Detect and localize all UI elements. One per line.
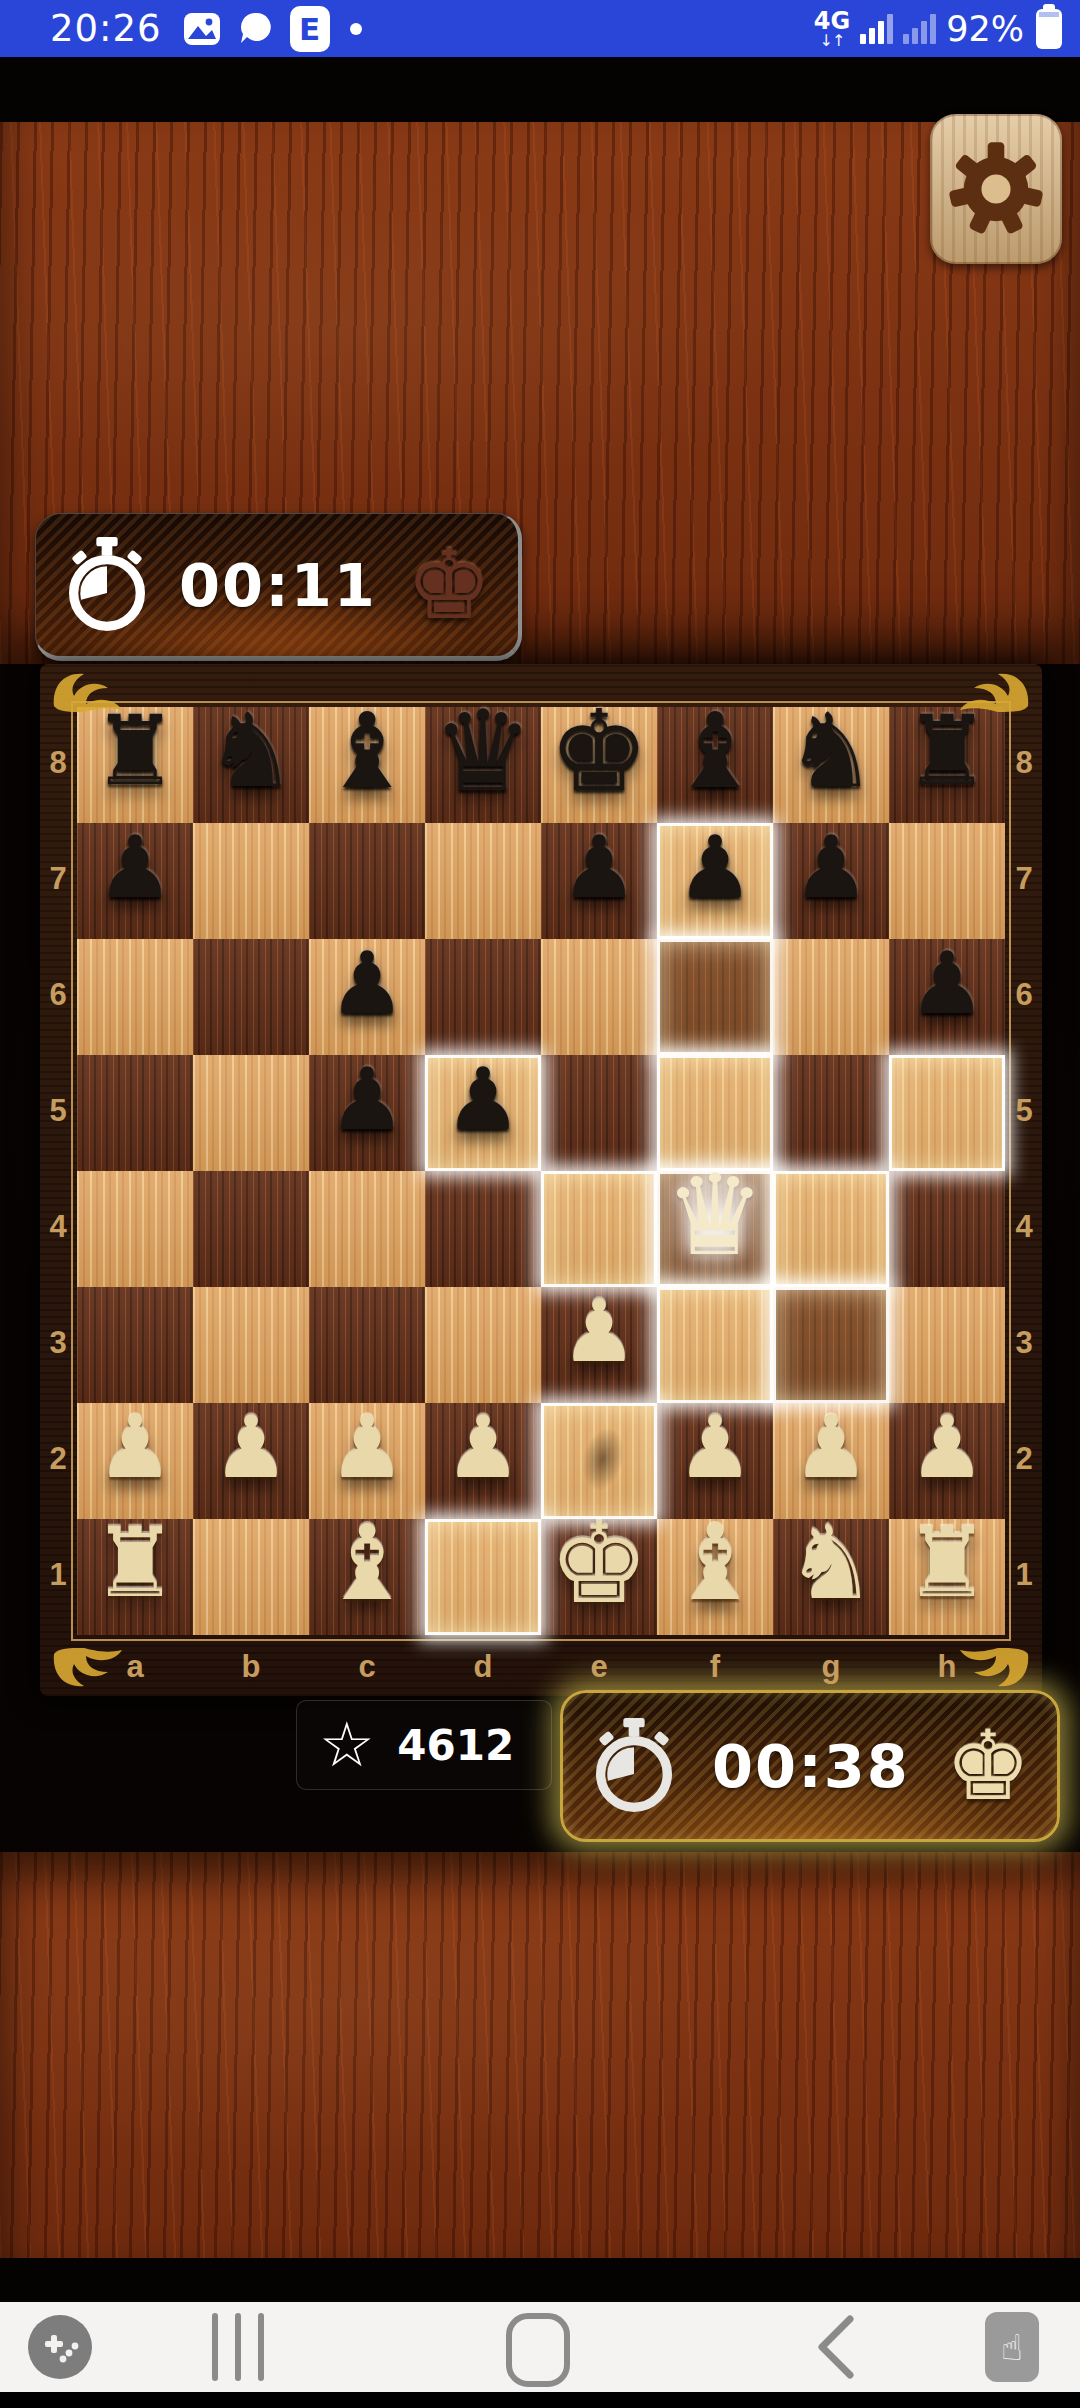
rating-value: 4612 <box>375 1721 551 1770</box>
square-b5[interactable] <box>193 1055 309 1171</box>
chess-board: ♜♞♝♛♚♝♞♜♟♟♟♟♟♟♟♟♛♟♟♟♟♟♟♟♟♜♝♚♝♞♜ <box>40 664 1042 1696</box>
square-d3[interactable] <box>425 1287 541 1403</box>
clock-time: 20:26 <box>50 7 162 50</box>
square-b7[interactable] <box>193 823 309 939</box>
piece-black-pawn-a7[interactable]: ♟ <box>77 809 193 925</box>
piece-white-bishop-f1[interactable]: ♝ <box>657 1505 773 1621</box>
square-h7[interactable] <box>889 823 1005 939</box>
gamepad-icon <box>39 2326 81 2368</box>
king-shadow <box>565 1408 642 1511</box>
square-g2[interactable]: ♟ <box>773 1403 889 1519</box>
square-a6[interactable] <box>77 939 193 1055</box>
piece-white-rook-a1[interactable]: ♜ <box>77 1505 193 1621</box>
square-d6[interactable] <box>425 939 541 1055</box>
piece-white-pawn-e3[interactable]: ♟ <box>541 1273 657 1389</box>
board-squares: ♜♞♝♛♚♝♞♜♟♟♟♟♟♟♟♟♛♟♟♟♟♟♟♟♟♜♝♚♝♞♜ <box>77 707 1005 1635</box>
square-h8[interactable]: ♜ <box>889 707 1005 823</box>
status-bar: 20:26 E 4G ↓↑ 92% <box>0 0 1080 57</box>
square-h3[interactable] <box>889 1287 1005 1403</box>
piece-white-queen-f4[interactable]: ♛ <box>657 1157 773 1273</box>
black-clock-time: 00:11 <box>150 551 406 620</box>
square-f7[interactable]: ♟ <box>657 823 773 939</box>
file-label-e: e <box>541 1640 657 1694</box>
rank-label-right-2: 2 <box>1006 1401 1042 1517</box>
rank-label-right-4: 4 <box>1006 1169 1042 1285</box>
gear-icon <box>944 137 1048 241</box>
piece-black-king-e8[interactable]: ♚ <box>541 693 657 809</box>
file-label-c: c <box>309 1640 425 1694</box>
rank-label-left-2: 2 <box>40 1401 76 1517</box>
corner-ornament-top-left <box>50 666 132 714</box>
piece-white-knight-g1[interactable]: ♞ <box>773 1505 889 1621</box>
piece-white-pawn-f2[interactable]: ♟ <box>657 1389 773 1505</box>
corner-ornament-bottom-right <box>950 1646 1032 1694</box>
square-c5[interactable]: ♟ <box>309 1055 425 1171</box>
file-label-f: f <box>657 1640 773 1694</box>
piece-black-bishop-f8[interactable]: ♝ <box>657 693 773 809</box>
notification-dot-icon <box>350 23 362 35</box>
battery-percentage: 92% <box>946 9 1024 49</box>
square-e3[interactable]: ♟ <box>541 1287 657 1403</box>
square-e4[interactable] <box>541 1171 657 1287</box>
chat-icon <box>236 9 276 49</box>
piece-black-pawn-h6[interactable]: ♟ <box>889 925 1005 1041</box>
piece-black-knight-b8[interactable]: ♞ <box>193 693 309 809</box>
square-a2[interactable]: ♟ <box>77 1403 193 1519</box>
white-clock-time: 00:38 <box>677 1732 945 1801</box>
square-e5[interactable] <box>541 1055 657 1171</box>
square-g6[interactable] <box>773 939 889 1055</box>
square-g5[interactable] <box>773 1055 889 1171</box>
square-g4[interactable] <box>773 1171 889 1287</box>
rank-label-left-5: 5 <box>40 1053 76 1169</box>
square-c6[interactable]: ♟ <box>309 939 425 1055</box>
square-b4[interactable] <box>193 1171 309 1287</box>
square-e8[interactable]: ♚ <box>541 707 657 823</box>
piece-black-knight-g8[interactable]: ♞ <box>773 693 889 809</box>
square-c3[interactable] <box>309 1287 425 1403</box>
rank-label-left-3: 3 <box>40 1285 76 1401</box>
square-d5[interactable]: ♟ <box>425 1055 541 1171</box>
square-e1[interactable]: ♚ <box>541 1519 657 1635</box>
square-h6[interactable]: ♟ <box>889 939 1005 1055</box>
piece-black-pawn-d5[interactable]: ♟ <box>425 1041 541 1157</box>
android-nav-bar: ☝ <box>0 2302 1080 2392</box>
square-b3[interactable] <box>193 1287 309 1403</box>
square-f8[interactable]: ♝ <box>657 707 773 823</box>
wood-table-bottom <box>0 1852 1080 2258</box>
square-d4[interactable] <box>425 1171 541 1287</box>
piece-black-pawn-c6[interactable]: ♟ <box>309 925 425 1041</box>
square-d1[interactable] <box>425 1519 541 1635</box>
network-type-icon: 4G ↓↑ <box>814 9 850 49</box>
rank-label-left-7: 7 <box>40 821 76 937</box>
piece-black-queen-d8[interactable]: ♛ <box>425 693 541 809</box>
file-label-b: b <box>193 1640 309 1694</box>
piece-white-pawn-h2[interactable]: ♟ <box>889 1389 1005 1505</box>
square-a5[interactable] <box>77 1055 193 1171</box>
back-button[interactable] <box>812 2314 858 2380</box>
rank-label-right-8: 8 <box>1006 705 1042 821</box>
touch-lock-button[interactable]: ☝ <box>985 2312 1039 2382</box>
stopwatch-icon <box>64 537 150 633</box>
rank-label-right-1: 1 <box>1006 1517 1042 1633</box>
home-button[interactable] <box>506 2313 570 2387</box>
rating-badge: ☆ 4612 <box>296 1700 552 1790</box>
square-a7[interactable]: ♟ <box>77 823 193 939</box>
square-g7[interactable]: ♟ <box>773 823 889 939</box>
piece-white-pawn-c2[interactable]: ♟ <box>309 1389 425 1505</box>
battery-icon <box>1036 9 1062 49</box>
square-h2[interactable]: ♟ <box>889 1403 1005 1519</box>
square-h5[interactable] <box>889 1055 1005 1171</box>
white-player-clock: 00:38 ♚ <box>560 1690 1060 1842</box>
bottom-edge <box>0 2392 1080 2408</box>
corner-ornament-top-right <box>950 666 1032 714</box>
square-b1[interactable] <box>193 1519 309 1635</box>
square-b8[interactable]: ♞ <box>193 707 309 823</box>
rank-label-left-1: 1 <box>40 1517 76 1633</box>
black-player-clock: 00:11 ♚ <box>35 513 522 661</box>
star-outline-icon: ☆ <box>319 1714 375 1776</box>
rank-label-right-7: 7 <box>1006 821 1042 937</box>
file-label-g: g <box>773 1640 889 1694</box>
square-g8[interactable]: ♞ <box>773 707 889 823</box>
signal-strength-icon <box>860 14 893 44</box>
piece-white-pawn-a2[interactable]: ♟ <box>77 1389 193 1505</box>
square-b2[interactable]: ♟ <box>193 1403 309 1519</box>
piece-black-pawn-g7[interactable]: ♟ <box>773 809 889 925</box>
square-g3[interactable] <box>773 1287 889 1403</box>
piece-white-pawn-d2[interactable]: ♟ <box>425 1389 541 1505</box>
signal-strength-icon-2 <box>903 14 936 44</box>
stopwatch-icon <box>591 1718 677 1814</box>
square-a4[interactable] <box>77 1171 193 1287</box>
square-a3[interactable] <box>77 1287 193 1403</box>
corner-ornament-bottom-left <box>50 1646 132 1694</box>
square-a1[interactable]: ♜ <box>77 1519 193 1635</box>
square-b6[interactable] <box>193 939 309 1055</box>
square-e6[interactable] <box>541 939 657 1055</box>
square-h4[interactable] <box>889 1171 1005 1287</box>
piece-white-bishop-c1[interactable]: ♝ <box>309 1505 425 1621</box>
square-c7[interactable] <box>309 823 425 939</box>
square-h1[interactable]: ♜ <box>889 1519 1005 1635</box>
rank-label-left-6: 6 <box>40 937 76 1053</box>
rank-label-right-6: 6 <box>1006 937 1042 1053</box>
piece-black-pawn-c5[interactable]: ♟ <box>309 1041 425 1157</box>
piece-white-pawn-b2[interactable]: ♟ <box>193 1389 309 1505</box>
piece-white-king-e1[interactable]: ♚ <box>541 1505 657 1621</box>
piece-white-rook-h1[interactable]: ♜ <box>889 1505 1005 1621</box>
rank-label-right-3: 3 <box>1006 1285 1042 1401</box>
game-tools-button[interactable] <box>28 2315 92 2379</box>
square-e7[interactable]: ♟ <box>541 823 657 939</box>
square-f4[interactable]: ♛ <box>657 1171 773 1287</box>
square-c8[interactable]: ♝ <box>309 707 425 823</box>
gallery-icon <box>182 9 222 49</box>
square-d7[interactable] <box>425 823 541 939</box>
black-king-icon: ♚ <box>406 537 492 633</box>
square-f3[interactable] <box>657 1287 773 1403</box>
piece-black-pawn-e7[interactable]: ♟ <box>541 809 657 925</box>
rank-label-left-8: 8 <box>40 705 76 821</box>
rank-label-left-4: 4 <box>40 1169 76 1285</box>
square-f1[interactable]: ♝ <box>657 1519 773 1635</box>
square-d8[interactable]: ♛ <box>425 707 541 823</box>
settings-button[interactable] <box>930 114 1062 264</box>
square-g1[interactable]: ♞ <box>773 1519 889 1635</box>
square-a8[interactable]: ♜ <box>77 707 193 823</box>
rank-label-right-5: 5 <box>1006 1053 1042 1169</box>
square-c1[interactable]: ♝ <box>309 1519 425 1635</box>
square-c4[interactable] <box>309 1171 425 1287</box>
piece-white-pawn-g2[interactable]: ♟ <box>773 1389 889 1505</box>
e-badge-icon: E <box>290 6 330 52</box>
square-f6[interactable] <box>657 939 773 1055</box>
white-king-icon: ♚ <box>945 1718 1031 1814</box>
touch-hand-icon: ☝ <box>1001 2327 1023 2368</box>
piece-black-bishop-c8[interactable]: ♝ <box>309 693 425 809</box>
recents-button[interactable] <box>212 2313 264 2381</box>
file-label-d: d <box>425 1640 541 1694</box>
piece-black-pawn-f7[interactable]: ♟ <box>657 809 773 925</box>
chess-app-screen: 20:26 E 4G ↓↑ 92% <box>0 0 1080 2408</box>
square-d2[interactable]: ♟ <box>425 1403 541 1519</box>
